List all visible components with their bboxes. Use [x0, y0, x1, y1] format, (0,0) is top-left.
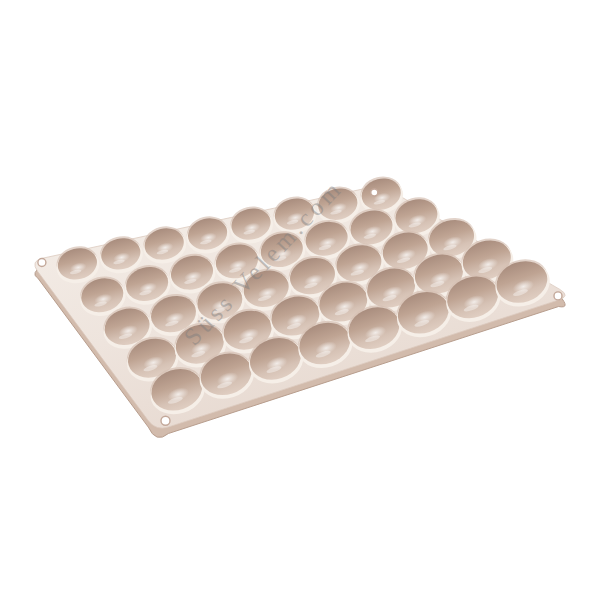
corner-hole [161, 416, 170, 425]
corner-hole [38, 259, 46, 267]
corner-hole [371, 189, 378, 196]
corner-hole [554, 292, 562, 300]
product-photo: Süss Velem.com [0, 0, 600, 600]
product-photo-svg: Süss Velem.com [0, 0, 600, 600]
